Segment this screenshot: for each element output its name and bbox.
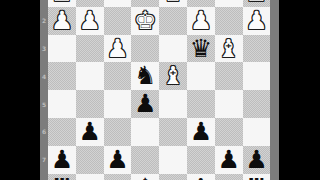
square-e2: ♚ — [131, 7, 159, 35]
piece-black-knight: ♞ — [131, 62, 159, 90]
square-a2: ♟ — [243, 7, 271, 35]
square-h6 — [48, 118, 76, 146]
square-c2: ♟ — [187, 7, 215, 35]
square-f8 — [104, 174, 132, 180]
piece-black-pawn: ♟ — [76, 118, 104, 146]
piece-white-pawn: ♟ — [243, 7, 271, 35]
square-g7 — [76, 146, 104, 174]
piece-black-rook: ♜ — [48, 174, 76, 180]
piece-white-pawn: ♟ — [104, 35, 132, 63]
piece-black-pawn: ♟ — [187, 118, 215, 146]
board-right-border — [270, 0, 279, 180]
square-f5 — [104, 90, 132, 118]
square-d5 — [159, 90, 187, 118]
square-d6 — [159, 118, 187, 146]
rank-label-3: 3 — [40, 45, 48, 52]
piece-white-pawn: ♟ — [187, 7, 215, 35]
square-h4 — [48, 62, 76, 90]
square-f6 — [104, 118, 132, 146]
rank-label-6: 6 — [40, 128, 48, 135]
square-e5: ♟ — [131, 90, 159, 118]
square-c7 — [187, 146, 215, 174]
square-g6: ♟ — [76, 118, 104, 146]
piece-white-bishop: ♝ — [159, 62, 187, 90]
square-a8: ♜ — [243, 174, 271, 180]
piece-white-pawn: ♟ — [76, 7, 104, 35]
square-b1 — [215, 0, 243, 7]
piece-white-queen: ♛ — [159, 0, 187, 7]
square-d1: ♛ — [159, 0, 187, 7]
piece-white-king: ♚ — [131, 7, 159, 35]
square-g2: ♟ — [76, 7, 104, 35]
square-c3: ♛ — [187, 35, 215, 63]
piece-black-pawn: ♟ — [131, 90, 159, 118]
square-f4 — [104, 62, 132, 90]
square-g4 — [76, 62, 104, 90]
piece-white-bishop: ♝ — [215, 35, 243, 63]
square-g3 — [76, 35, 104, 63]
square-d2 — [159, 7, 187, 35]
piece-black-queen: ♛ — [187, 35, 215, 63]
square-e6 — [131, 118, 159, 146]
piece-white-pawn: ♟ — [48, 7, 76, 35]
square-f1 — [104, 0, 132, 7]
square-f2 — [104, 7, 132, 35]
square-h5 — [48, 90, 76, 118]
square-b6 — [215, 118, 243, 146]
square-h8: ♜ — [48, 174, 76, 180]
square-b8 — [215, 174, 243, 180]
piece-black-pawn: ♟ — [215, 146, 243, 174]
square-a6 — [243, 118, 271, 146]
square-e4: ♞ — [131, 62, 159, 90]
piece-black-pawn: ♟ — [104, 146, 132, 174]
square-e8: ♚ — [131, 174, 159, 180]
square-c4 — [187, 62, 215, 90]
square-b2 — [215, 7, 243, 35]
square-d4: ♝ — [159, 62, 187, 90]
piece-black-pawn: ♟ — [48, 146, 76, 174]
piece-black-king: ♚ — [131, 174, 159, 180]
rank-label-7: 7 — [40, 156, 48, 163]
piece-black-pawn: ♟ — [243, 146, 271, 174]
rank-label-4: 4 — [40, 73, 48, 80]
square-h3 — [48, 35, 76, 63]
rank-label-2: 2 — [40, 17, 48, 24]
rank-label-5: 5 — [40, 101, 48, 108]
square-a5 — [243, 90, 271, 118]
square-d3 — [159, 35, 187, 63]
video-frame: 12345678 ♜♛♜♟♟♚♟♟♟♛♝♞♝♟♟♟♟♟♟♟♜♚♝♜ — [0, 0, 320, 180]
square-h7: ♟ — [48, 146, 76, 174]
square-c8: ♝ — [187, 174, 215, 180]
square-c5 — [187, 90, 215, 118]
square-d7 — [159, 146, 187, 174]
square-a3 — [243, 35, 271, 63]
rank-label-strip: 12345678 — [40, 0, 48, 180]
square-f7: ♟ — [104, 146, 132, 174]
square-a4 — [243, 62, 271, 90]
square-c6: ♟ — [187, 118, 215, 146]
square-h2: ♟ — [48, 7, 76, 35]
square-e3 — [131, 35, 159, 63]
square-b5 — [215, 90, 243, 118]
chess-board: ♜♛♜♟♟♚♟♟♟♛♝♞♝♟♟♟♟♟♟♟♜♚♝♜ — [48, 0, 270, 180]
square-b7: ♟ — [215, 146, 243, 174]
letterbox-right — [279, 0, 320, 180]
square-f3: ♟ — [104, 35, 132, 63]
piece-black-bishop: ♝ — [187, 174, 215, 180]
square-e7 — [131, 146, 159, 174]
square-b3: ♝ — [215, 35, 243, 63]
piece-black-rook: ♜ — [243, 174, 271, 180]
square-g8 — [76, 174, 104, 180]
square-g5 — [76, 90, 104, 118]
square-a7: ♟ — [243, 146, 271, 174]
square-b4 — [215, 62, 243, 90]
letterbox-left — [0, 0, 40, 180]
square-d8 — [159, 174, 187, 180]
